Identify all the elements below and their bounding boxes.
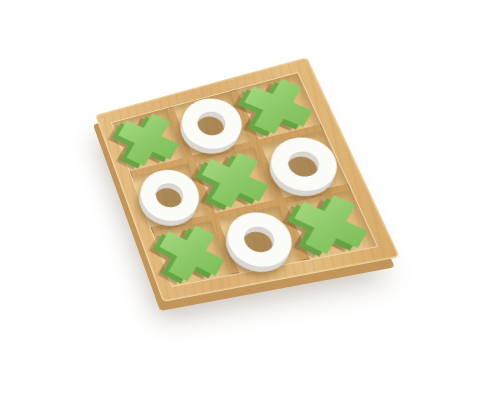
cell-r1-c1[interactable]	[112, 108, 186, 171]
photo-background	[0, 0, 500, 397]
x-piece[interactable]	[235, 71, 322, 143]
cell-r3-c1[interactable]	[153, 220, 233, 286]
cell-r3-c3[interactable]	[286, 190, 377, 259]
tictactoe-board	[95, 57, 400, 302]
o-piece[interactable]	[262, 131, 346, 197]
board-grid	[112, 73, 377, 286]
cell-r1-c3[interactable]	[237, 73, 321, 139]
cell-r2-c3[interactable]	[261, 130, 348, 198]
